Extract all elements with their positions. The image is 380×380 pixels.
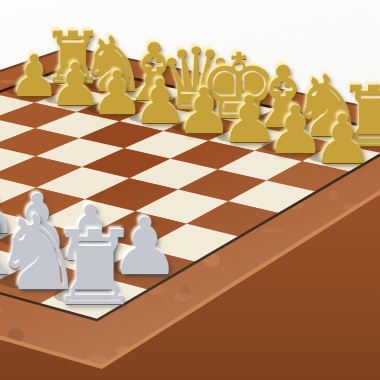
chess-set-photo: ♜♞♟♝♟♛♟♚♟♝♟♞♟♜♟♟♟♟♟♚♟♝♟♞♜ (0, 0, 380, 380)
piece-silver-rook-h1[interactable]: ♜ (43, 217, 146, 320)
piece-gold-pawn-h7[interactable]: ♟ (309, 106, 377, 174)
pieces-layer: ♜♞♟♝♟♛♟♚♟♝♟♞♟♜♟♟♟♟♟♚♟♝♟♞♜ (0, 0, 380, 380)
